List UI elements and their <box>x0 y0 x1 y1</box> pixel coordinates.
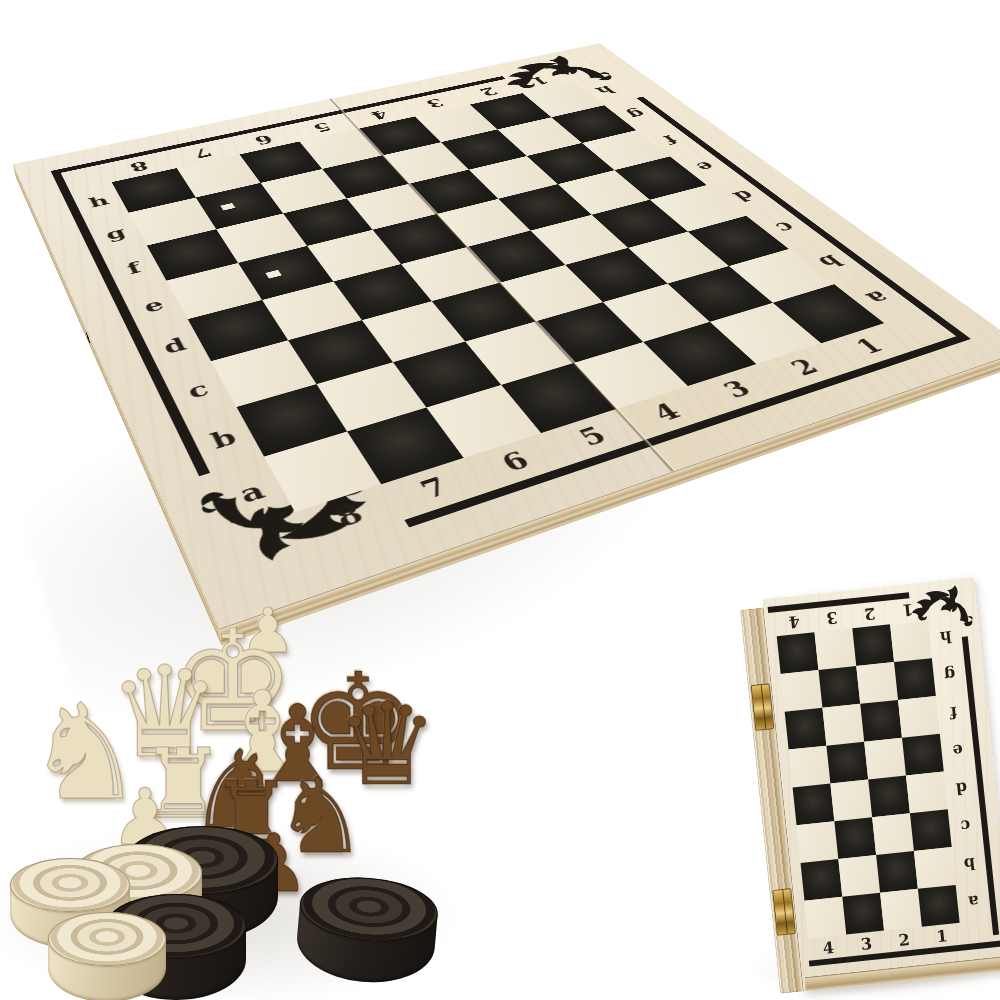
dark-checker-3 <box>294 872 441 988</box>
pieces-pile: ♟♚♛♝♚♛♝♞♜♞♜♞♟♟ <box>0 0 1000 1000</box>
white-checker-3 <box>48 912 166 1000</box>
white-checker-3-top <box>48 912 166 966</box>
product-photo: 87654321 87654321 hgfedcba hgfedcba 4321… <box>0 0 1000 1000</box>
